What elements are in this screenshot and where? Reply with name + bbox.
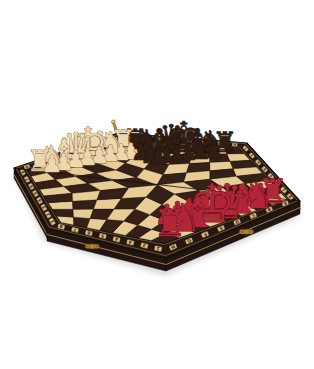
brass-clasp-front-left	[85, 244, 99, 249]
board-cell	[73, 209, 94, 218]
product-photo-canvas: ABCDEFGHABCDEFGH12345678ABCDEFGH12345678…	[0, 0, 314, 369]
piece-red-rook: ♜	[154, 202, 187, 245]
board-cell	[73, 200, 97, 209]
three-player-chess-board: ABCDEFGHABCDEFGH12345678ABCDEFGH12345678…	[0, 0, 314, 369]
piece-white-pawn: ♟	[41, 150, 62, 178]
brass-hinge-front-right	[239, 229, 253, 234]
piece-black-pawn: ♟	[148, 143, 168, 169]
